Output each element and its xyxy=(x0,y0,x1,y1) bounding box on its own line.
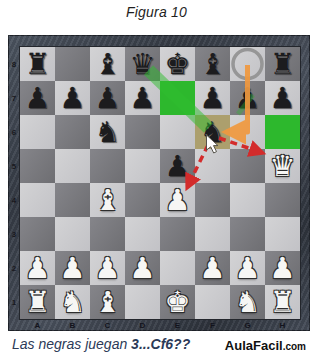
square-c3[interactable] xyxy=(90,217,125,251)
white-pawn: ♟ xyxy=(95,254,121,283)
black-pawn: ♟ xyxy=(235,84,261,113)
black-king: ♚ xyxy=(165,50,191,79)
square-a2[interactable]: ♟ xyxy=(20,251,55,285)
black-queen: ♛ xyxy=(130,50,156,79)
white-rook: ♜ xyxy=(25,288,51,317)
square-h6[interactable] xyxy=(265,115,300,149)
square-f8[interactable]: ♝ xyxy=(195,47,230,81)
square-a7[interactable]: ♟ xyxy=(20,81,55,115)
white-bishop: ♝ xyxy=(95,186,121,215)
brand-logo: AulaFacil.com xyxy=(225,338,306,353)
square-a1[interactable]: ♜ xyxy=(20,285,55,319)
black-bishop: ♝ xyxy=(95,50,121,79)
square-c5[interactable] xyxy=(90,149,125,183)
square-a5[interactable] xyxy=(20,149,55,183)
square-b5[interactable] xyxy=(55,149,90,183)
chess-lesson-figure: Figura 10 ♜♝♛♚♝♜♟♟♟♟♟♟♟♞♞♟♛♝♟♟♟♟♟♟♟♟♜♞♝♚… xyxy=(0,0,313,355)
white-pawn: ♟ xyxy=(235,254,261,283)
white-rook: ♜ xyxy=(270,288,296,317)
square-a4[interactable] xyxy=(20,183,55,217)
square-c4[interactable]: ♝ xyxy=(90,183,125,217)
chess-board: ♜♝♛♚♝♜♟♟♟♟♟♟♟♞♞♟♛♝♟♟♟♟♟♟♟♟♜♞♝♚♞♜ xyxy=(20,47,300,319)
file-label-a: A xyxy=(20,320,55,331)
white-pawn: ♟ xyxy=(200,254,226,283)
square-g5[interactable] xyxy=(230,149,265,183)
file-label-h: H xyxy=(265,320,300,331)
brand-suffix: .com xyxy=(283,341,306,352)
square-h3[interactable] xyxy=(265,217,300,251)
black-pawn: ♟ xyxy=(130,84,156,113)
square-b2[interactable]: ♟ xyxy=(55,251,90,285)
rank-label-3: 3 xyxy=(8,217,20,251)
square-h4[interactable] xyxy=(265,183,300,217)
square-d1[interactable] xyxy=(125,285,160,319)
rank-label-4: 4 xyxy=(8,183,20,217)
white-bishop: ♝ xyxy=(95,288,121,317)
black-pawn: ♟ xyxy=(165,152,191,181)
square-b6[interactable] xyxy=(55,115,90,149)
black-pawn: ♟ xyxy=(200,84,226,113)
square-c6[interactable]: ♞ xyxy=(90,115,125,149)
file-label-d: D xyxy=(125,320,160,331)
square-d5[interactable] xyxy=(125,149,160,183)
square-h7[interactable]: ♟ xyxy=(265,81,300,115)
caption-move: 3...Cf6?? xyxy=(131,336,190,352)
square-c8[interactable]: ♝ xyxy=(90,47,125,81)
white-pawn: ♟ xyxy=(270,254,296,283)
black-bishop: ♝ xyxy=(200,50,226,79)
white-knight: ♞ xyxy=(60,288,86,317)
black-knight: ♞ xyxy=(95,118,121,147)
square-f1[interactable] xyxy=(195,285,230,319)
rank-label-2: 2 xyxy=(8,251,20,285)
square-e4[interactable]: ♟ xyxy=(160,183,195,217)
white-queen: ♛ xyxy=(270,152,296,181)
square-g2[interactable]: ♟ xyxy=(230,251,265,285)
square-e8[interactable]: ♚ xyxy=(160,47,195,81)
square-g8[interactable] xyxy=(230,47,265,81)
square-b1[interactable]: ♞ xyxy=(55,285,90,319)
black-rook: ♜ xyxy=(270,50,296,79)
square-e6[interactable] xyxy=(160,115,195,149)
rank-label-6: 6 xyxy=(8,115,20,149)
square-h8[interactable]: ♜ xyxy=(265,47,300,81)
square-c2[interactable]: ♟ xyxy=(90,251,125,285)
white-pawn: ♟ xyxy=(60,254,86,283)
square-g1[interactable]: ♞ xyxy=(230,285,265,319)
square-e5[interactable]: ♟ xyxy=(160,149,195,183)
square-b4[interactable] xyxy=(55,183,90,217)
square-b3[interactable] xyxy=(55,217,90,251)
square-g3[interactable] xyxy=(230,217,265,251)
square-h1[interactable]: ♜ xyxy=(265,285,300,319)
caption: Las negras juegan 3...Cf6?? xyxy=(12,336,190,352)
file-label-b: B xyxy=(55,320,90,331)
square-d6[interactable] xyxy=(125,115,160,149)
square-h2[interactable]: ♟ xyxy=(265,251,300,285)
square-d2[interactable]: ♟ xyxy=(125,251,160,285)
rank-label-5: 5 xyxy=(8,149,20,183)
white-pawn: ♟ xyxy=(130,254,156,283)
square-f3[interactable] xyxy=(195,217,230,251)
chess-board-frame: ♜♝♛♚♝♜♟♟♟♟♟♟♟♞♞♟♛♝♟♟♟♟♟♟♟♟♜♞♝♚♞♜ 8765432… xyxy=(8,35,310,331)
white-knight: ♞ xyxy=(235,288,261,317)
square-f6[interactable]: ♞ xyxy=(195,115,230,149)
black-pawn: ♟ xyxy=(95,84,121,113)
square-c7[interactable]: ♟ xyxy=(90,81,125,115)
black-knight: ♞ xyxy=(200,118,226,147)
figure-title: Figura 10 xyxy=(0,4,313,20)
file-label-e: E xyxy=(160,320,195,331)
black-pawn: ♟ xyxy=(270,84,296,113)
square-e1[interactable]: ♚ xyxy=(160,285,195,319)
square-b8[interactable] xyxy=(55,47,90,81)
black-pawn: ♟ xyxy=(25,84,51,113)
rank-label-7: 7 xyxy=(8,81,20,115)
white-king: ♚ xyxy=(165,288,191,317)
black-rook: ♜ xyxy=(25,50,51,79)
file-label-c: C xyxy=(90,320,125,331)
square-e7[interactable] xyxy=(160,81,195,115)
square-a3[interactable] xyxy=(20,217,55,251)
file-label-g: G xyxy=(230,320,265,331)
square-d7[interactable]: ♟ xyxy=(125,81,160,115)
square-a8[interactable]: ♜ xyxy=(20,47,55,81)
square-f2[interactable]: ♟ xyxy=(195,251,230,285)
square-g6[interactable] xyxy=(230,115,265,149)
white-pawn: ♟ xyxy=(25,254,51,283)
file-label-f: F xyxy=(195,320,230,331)
white-pawn: ♟ xyxy=(165,186,191,215)
square-g7[interactable]: ♟ xyxy=(230,81,265,115)
square-d8[interactable]: ♛ xyxy=(125,47,160,81)
square-f5[interactable] xyxy=(195,149,230,183)
square-c1[interactable]: ♝ xyxy=(90,285,125,319)
square-d3[interactable] xyxy=(125,217,160,251)
square-a6[interactable] xyxy=(20,115,55,149)
square-b7[interactable]: ♟ xyxy=(55,81,90,115)
square-e2[interactable] xyxy=(160,251,195,285)
square-f7[interactable]: ♟ xyxy=(195,81,230,115)
brand-name: AulaFacil xyxy=(225,338,283,353)
square-f4[interactable] xyxy=(195,183,230,217)
square-d4[interactable] xyxy=(125,183,160,217)
black-pawn: ♟ xyxy=(60,84,86,113)
rank-label-1: 1 xyxy=(8,285,20,319)
rank-label-8: 8 xyxy=(8,47,20,81)
square-g4[interactable] xyxy=(230,183,265,217)
square-e3[interactable] xyxy=(160,217,195,251)
caption-text: Las negras juegan xyxy=(12,336,131,352)
square-h5[interactable]: ♛ xyxy=(265,149,300,183)
